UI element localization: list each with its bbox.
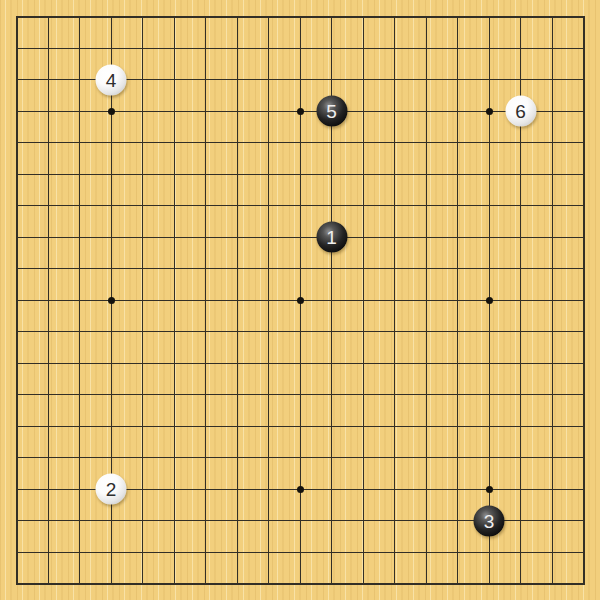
board-cell[interactable] bbox=[568, 190, 600, 222]
board-cell[interactable] bbox=[316, 442, 348, 474]
board-cell[interactable] bbox=[253, 410, 285, 442]
board-cell[interactable] bbox=[221, 410, 253, 442]
board-cell[interactable] bbox=[95, 221, 127, 253]
board-cell[interactable] bbox=[253, 1, 285, 33]
board-cell[interactable] bbox=[505, 127, 537, 159]
board-cell[interactable] bbox=[1, 158, 33, 190]
board-cell[interactable] bbox=[253, 347, 285, 379]
board-cell[interactable] bbox=[347, 442, 379, 474]
board-cell[interactable] bbox=[64, 64, 96, 96]
board-cell[interactable] bbox=[190, 410, 222, 442]
board-cell[interactable] bbox=[158, 127, 190, 159]
board-cell[interactable] bbox=[64, 221, 96, 253]
board-cell[interactable] bbox=[410, 316, 442, 348]
board-cell[interactable] bbox=[64, 127, 96, 159]
board-cell[interactable] bbox=[568, 379, 600, 411]
board-cell[interactable] bbox=[221, 158, 253, 190]
board-cell[interactable] bbox=[316, 284, 348, 316]
board-cell[interactable] bbox=[127, 190, 159, 222]
board-cell[interactable] bbox=[379, 316, 411, 348]
board-cell[interactable] bbox=[379, 284, 411, 316]
board-cell[interactable] bbox=[505, 253, 537, 285]
board-cell[interactable] bbox=[221, 32, 253, 64]
board-cell[interactable] bbox=[568, 442, 600, 474]
board-cell[interactable] bbox=[473, 95, 505, 127]
board-cell[interactable] bbox=[284, 190, 316, 222]
board-cell[interactable] bbox=[410, 347, 442, 379]
board-cell[interactable] bbox=[410, 473, 442, 505]
board-cell[interactable] bbox=[64, 158, 96, 190]
board-cell[interactable] bbox=[347, 410, 379, 442]
board-cell[interactable] bbox=[505, 410, 537, 442]
board-cell[interactable] bbox=[568, 127, 600, 159]
board-cell[interactable]: 3 bbox=[473, 505, 505, 537]
board-cell[interactable] bbox=[32, 347, 64, 379]
board-cell[interactable] bbox=[284, 347, 316, 379]
board-cell[interactable] bbox=[536, 158, 568, 190]
board-cell[interactable] bbox=[536, 127, 568, 159]
board-cell[interactable] bbox=[536, 505, 568, 537]
board-cell[interactable] bbox=[410, 95, 442, 127]
board-cell[interactable] bbox=[158, 253, 190, 285]
board-cell[interactable] bbox=[95, 316, 127, 348]
board-cell[interactable] bbox=[347, 64, 379, 96]
board-cell[interactable] bbox=[505, 1, 537, 33]
board-cell[interactable] bbox=[442, 536, 474, 568]
board-cell[interactable] bbox=[32, 127, 64, 159]
board-cell[interactable] bbox=[316, 505, 348, 537]
board-cell[interactable] bbox=[190, 284, 222, 316]
board-cell[interactable] bbox=[64, 505, 96, 537]
board-cell[interactable] bbox=[127, 32, 159, 64]
board-cell[interactable] bbox=[347, 473, 379, 505]
board-cell[interactable] bbox=[379, 379, 411, 411]
board-cell[interactable] bbox=[284, 1, 316, 33]
board-cell[interactable] bbox=[221, 253, 253, 285]
board-cell[interactable] bbox=[442, 284, 474, 316]
board-cell[interactable] bbox=[95, 253, 127, 285]
board-cell[interactable] bbox=[379, 568, 411, 600]
board-cell[interactable] bbox=[95, 347, 127, 379]
board-cell[interactable] bbox=[473, 253, 505, 285]
board-cell[interactable] bbox=[253, 253, 285, 285]
board-cell[interactable] bbox=[221, 473, 253, 505]
board-cell[interactable] bbox=[410, 410, 442, 442]
board-cell[interactable]: 4 bbox=[95, 64, 127, 96]
board-cell[interactable] bbox=[536, 473, 568, 505]
board-cell[interactable] bbox=[190, 32, 222, 64]
board-cell[interactable] bbox=[316, 158, 348, 190]
board-cell[interactable] bbox=[284, 32, 316, 64]
board-cell[interactable] bbox=[158, 473, 190, 505]
board-cell[interactable] bbox=[442, 95, 474, 127]
board-cell[interactable] bbox=[568, 568, 600, 600]
board-cell[interactable] bbox=[158, 410, 190, 442]
board-cell[interactable] bbox=[473, 1, 505, 33]
board-cell[interactable] bbox=[253, 64, 285, 96]
board-cell[interactable] bbox=[64, 442, 96, 474]
board-cell[interactable] bbox=[127, 568, 159, 600]
board-cell[interactable] bbox=[473, 158, 505, 190]
board-cell[interactable] bbox=[221, 127, 253, 159]
board-cell[interactable] bbox=[347, 568, 379, 600]
board-cell[interactable] bbox=[127, 158, 159, 190]
board-cell[interactable] bbox=[158, 442, 190, 474]
board-cell[interactable] bbox=[32, 536, 64, 568]
board-cell[interactable] bbox=[316, 473, 348, 505]
board-cell[interactable] bbox=[1, 379, 33, 411]
board-cell[interactable] bbox=[316, 253, 348, 285]
board-cell[interactable] bbox=[95, 95, 127, 127]
board-cell[interactable] bbox=[64, 316, 96, 348]
board-cell[interactable] bbox=[568, 505, 600, 537]
board-cell[interactable] bbox=[158, 347, 190, 379]
board-cell[interactable] bbox=[568, 347, 600, 379]
board-cell[interactable] bbox=[253, 505, 285, 537]
board-cell[interactable] bbox=[536, 568, 568, 600]
board-cell[interactable] bbox=[442, 442, 474, 474]
board-cell[interactable] bbox=[505, 442, 537, 474]
board-cell[interactable] bbox=[410, 284, 442, 316]
board-cell[interactable] bbox=[1, 190, 33, 222]
board-cell[interactable] bbox=[190, 1, 222, 33]
board-cell[interactable] bbox=[536, 64, 568, 96]
board-cell[interactable] bbox=[316, 536, 348, 568]
board-cell[interactable] bbox=[221, 284, 253, 316]
board-cell[interactable] bbox=[505, 64, 537, 96]
board-cell[interactable] bbox=[127, 64, 159, 96]
board-cell[interactable] bbox=[95, 127, 127, 159]
board-cell[interactable] bbox=[379, 64, 411, 96]
board-cell[interactable] bbox=[158, 64, 190, 96]
board-cell[interactable] bbox=[95, 284, 127, 316]
board-cell[interactable]: 1 bbox=[316, 221, 348, 253]
board-cell[interactable]: 5 bbox=[316, 95, 348, 127]
board-cell[interactable] bbox=[1, 347, 33, 379]
board-cell[interactable] bbox=[536, 95, 568, 127]
board-cell[interactable] bbox=[473, 127, 505, 159]
board-cell[interactable] bbox=[568, 536, 600, 568]
board-cell[interactable] bbox=[253, 190, 285, 222]
board-cell[interactable] bbox=[284, 253, 316, 285]
board-cell[interactable] bbox=[505, 284, 537, 316]
board-cell[interactable] bbox=[442, 64, 474, 96]
board-cell[interactable] bbox=[1, 316, 33, 348]
board-cell[interactable] bbox=[536, 284, 568, 316]
board-cell[interactable]: 6 bbox=[505, 95, 537, 127]
board-cell[interactable] bbox=[32, 221, 64, 253]
board-cell[interactable] bbox=[95, 1, 127, 33]
board-cell[interactable] bbox=[64, 568, 96, 600]
board-cell[interactable] bbox=[568, 64, 600, 96]
board-cell[interactable] bbox=[410, 221, 442, 253]
board-cell[interactable] bbox=[316, 410, 348, 442]
board-cell[interactable] bbox=[221, 568, 253, 600]
board-cell[interactable] bbox=[536, 536, 568, 568]
board-cell[interactable] bbox=[221, 442, 253, 474]
board-cell[interactable] bbox=[95, 190, 127, 222]
board-cell[interactable] bbox=[473, 347, 505, 379]
board-cell[interactable] bbox=[379, 127, 411, 159]
board-cell[interactable] bbox=[158, 32, 190, 64]
board-cell[interactable] bbox=[95, 442, 127, 474]
board-cell[interactable] bbox=[32, 64, 64, 96]
board-cell[interactable] bbox=[127, 284, 159, 316]
board-cell[interactable] bbox=[442, 568, 474, 600]
board-cell[interactable] bbox=[32, 158, 64, 190]
board-cell[interactable] bbox=[284, 473, 316, 505]
board-cell[interactable] bbox=[64, 473, 96, 505]
board-cell[interactable] bbox=[284, 95, 316, 127]
board-cell[interactable] bbox=[64, 379, 96, 411]
board-cell[interactable] bbox=[190, 158, 222, 190]
board-cell[interactable] bbox=[190, 473, 222, 505]
board-cell[interactable] bbox=[253, 221, 285, 253]
board-cell[interactable] bbox=[568, 253, 600, 285]
board-cell[interactable] bbox=[473, 536, 505, 568]
board-cell[interactable] bbox=[347, 158, 379, 190]
board-cell[interactable] bbox=[190, 347, 222, 379]
board-cell[interactable] bbox=[536, 442, 568, 474]
board-cell[interactable] bbox=[505, 536, 537, 568]
board-cell[interactable] bbox=[284, 379, 316, 411]
board-cell[interactable] bbox=[158, 505, 190, 537]
board-cell[interactable] bbox=[284, 316, 316, 348]
board-cell[interactable] bbox=[379, 410, 411, 442]
board-cell[interactable] bbox=[379, 536, 411, 568]
board-cell[interactable] bbox=[316, 64, 348, 96]
board-cell[interactable] bbox=[473, 379, 505, 411]
board-cell[interactable] bbox=[32, 473, 64, 505]
board-cell[interactable] bbox=[32, 316, 64, 348]
board-cell[interactable] bbox=[95, 568, 127, 600]
board-cell[interactable] bbox=[1, 64, 33, 96]
board-cell[interactable] bbox=[410, 127, 442, 159]
board-cell[interactable] bbox=[568, 158, 600, 190]
board-cell[interactable] bbox=[253, 316, 285, 348]
board-cell[interactable] bbox=[1, 568, 33, 600]
board-cell[interactable] bbox=[127, 127, 159, 159]
board-cell[interactable] bbox=[1, 284, 33, 316]
board-cell[interactable] bbox=[347, 284, 379, 316]
board-cell[interactable] bbox=[127, 316, 159, 348]
board-cell[interactable] bbox=[536, 190, 568, 222]
board-cell[interactable] bbox=[473, 410, 505, 442]
board-cell[interactable] bbox=[284, 284, 316, 316]
board-cell[interactable] bbox=[1, 95, 33, 127]
board-cell[interactable] bbox=[158, 1, 190, 33]
board-cell[interactable] bbox=[410, 64, 442, 96]
board-cell[interactable] bbox=[410, 190, 442, 222]
board-cell[interactable] bbox=[158, 95, 190, 127]
board-cell[interactable] bbox=[1, 32, 33, 64]
board-cell[interactable] bbox=[1, 410, 33, 442]
board-cell[interactable] bbox=[505, 568, 537, 600]
board-cell[interactable] bbox=[1, 442, 33, 474]
board-cell[interactable] bbox=[127, 1, 159, 33]
board-cell[interactable] bbox=[347, 379, 379, 411]
board-cell[interactable] bbox=[190, 505, 222, 537]
board-cell[interactable] bbox=[473, 32, 505, 64]
board-cell[interactable] bbox=[284, 442, 316, 474]
board-cell[interactable] bbox=[32, 284, 64, 316]
board-cell[interactable] bbox=[347, 32, 379, 64]
board-cell[interactable] bbox=[158, 284, 190, 316]
board-cell[interactable] bbox=[253, 568, 285, 600]
board-cell[interactable] bbox=[1, 1, 33, 33]
board-cell[interactable] bbox=[284, 221, 316, 253]
board-cell[interactable] bbox=[473, 284, 505, 316]
board-cell[interactable] bbox=[32, 505, 64, 537]
board-cell[interactable] bbox=[568, 316, 600, 348]
board-cell[interactable] bbox=[568, 284, 600, 316]
board-cell[interactable] bbox=[568, 473, 600, 505]
board-cell[interactable] bbox=[32, 442, 64, 474]
board-cell[interactable] bbox=[442, 127, 474, 159]
board-cell[interactable] bbox=[347, 536, 379, 568]
board-cell[interactable] bbox=[64, 536, 96, 568]
board-cell[interactable] bbox=[505, 347, 537, 379]
board-cell[interactable] bbox=[221, 505, 253, 537]
board-cell[interactable] bbox=[442, 379, 474, 411]
board-cell[interactable] bbox=[410, 568, 442, 600]
board-cell[interactable] bbox=[221, 536, 253, 568]
board-cell[interactable] bbox=[473, 316, 505, 348]
board-cell[interactable] bbox=[127, 95, 159, 127]
board-cell[interactable] bbox=[410, 253, 442, 285]
board-cell[interactable] bbox=[1, 473, 33, 505]
board-cell[interactable] bbox=[442, 221, 474, 253]
board-cell[interactable] bbox=[32, 568, 64, 600]
board-cell[interactable] bbox=[284, 410, 316, 442]
board-cell[interactable] bbox=[1, 127, 33, 159]
board-cell[interactable] bbox=[127, 505, 159, 537]
board-cell[interactable] bbox=[95, 32, 127, 64]
board-cell[interactable] bbox=[505, 158, 537, 190]
board-cell[interactable] bbox=[505, 316, 537, 348]
board-cell[interactable] bbox=[505, 32, 537, 64]
board-cell[interactable] bbox=[379, 221, 411, 253]
board-cell[interactable] bbox=[221, 64, 253, 96]
board-cell[interactable] bbox=[253, 32, 285, 64]
board-cell[interactable] bbox=[347, 221, 379, 253]
board-cell[interactable] bbox=[410, 379, 442, 411]
board-cell[interactable] bbox=[64, 1, 96, 33]
board-cell[interactable] bbox=[64, 347, 96, 379]
board-cell[interactable] bbox=[316, 347, 348, 379]
board-cell[interactable] bbox=[568, 1, 600, 33]
board-cell[interactable] bbox=[473, 473, 505, 505]
board-cell[interactable] bbox=[410, 1, 442, 33]
board-cell[interactable] bbox=[127, 347, 159, 379]
board-cell[interactable] bbox=[379, 158, 411, 190]
board-cell[interactable] bbox=[505, 379, 537, 411]
board-cell[interactable] bbox=[190, 316, 222, 348]
board-cell[interactable] bbox=[158, 379, 190, 411]
board-cell[interactable] bbox=[253, 284, 285, 316]
board-cell[interactable] bbox=[1, 253, 33, 285]
board-cell[interactable] bbox=[284, 568, 316, 600]
board-cell[interactable] bbox=[347, 505, 379, 537]
board-cell[interactable] bbox=[95, 505, 127, 537]
board-cell[interactable] bbox=[536, 316, 568, 348]
board-cell[interactable] bbox=[253, 95, 285, 127]
board-cell[interactable] bbox=[347, 316, 379, 348]
board-cell[interactable] bbox=[190, 64, 222, 96]
board-cell[interactable] bbox=[64, 253, 96, 285]
board-cell[interactable] bbox=[253, 379, 285, 411]
board-cell[interactable] bbox=[410, 442, 442, 474]
board-cell[interactable] bbox=[190, 190, 222, 222]
board-cell[interactable] bbox=[127, 473, 159, 505]
board-cell[interactable] bbox=[505, 505, 537, 537]
board-cell[interactable] bbox=[442, 190, 474, 222]
board-cell[interactable] bbox=[158, 190, 190, 222]
board-cell[interactable] bbox=[284, 505, 316, 537]
board-cell[interactable] bbox=[253, 158, 285, 190]
board-cell[interactable] bbox=[473, 442, 505, 474]
board-cell[interactable] bbox=[221, 95, 253, 127]
board-cell[interactable] bbox=[505, 473, 537, 505]
board-cell[interactable] bbox=[32, 1, 64, 33]
board-cell[interactable] bbox=[221, 190, 253, 222]
board-cell[interactable] bbox=[158, 536, 190, 568]
board-cell[interactable] bbox=[221, 1, 253, 33]
board-cell[interactable] bbox=[410, 158, 442, 190]
board-cell[interactable] bbox=[64, 284, 96, 316]
board-cell[interactable] bbox=[379, 347, 411, 379]
board-cell[interactable] bbox=[316, 1, 348, 33]
board-cell[interactable] bbox=[95, 379, 127, 411]
board-cell[interactable] bbox=[190, 95, 222, 127]
board-cell[interactable] bbox=[158, 316, 190, 348]
board-cell[interactable] bbox=[410, 536, 442, 568]
board-cell[interactable] bbox=[253, 536, 285, 568]
board-cell[interactable] bbox=[32, 95, 64, 127]
board-cell[interactable] bbox=[253, 473, 285, 505]
board-cell[interactable] bbox=[158, 221, 190, 253]
board-cell[interactable] bbox=[1, 221, 33, 253]
board-cell[interactable] bbox=[95, 158, 127, 190]
board-cell[interactable] bbox=[536, 253, 568, 285]
board-cell[interactable] bbox=[347, 127, 379, 159]
board-cell[interactable] bbox=[127, 442, 159, 474]
board-cell[interactable] bbox=[568, 410, 600, 442]
board-cell[interactable] bbox=[64, 410, 96, 442]
board-cell[interactable] bbox=[64, 32, 96, 64]
board-cell[interactable] bbox=[284, 64, 316, 96]
board-cell[interactable] bbox=[253, 127, 285, 159]
board-cell[interactable] bbox=[379, 442, 411, 474]
board-cell[interactable] bbox=[536, 1, 568, 33]
board-cell[interactable] bbox=[190, 221, 222, 253]
board-cell[interactable] bbox=[568, 221, 600, 253]
board-cell[interactable] bbox=[442, 1, 474, 33]
board-cell[interactable]: 2 bbox=[95, 473, 127, 505]
board-cell[interactable] bbox=[284, 158, 316, 190]
board-cell[interactable] bbox=[347, 190, 379, 222]
board-cell[interactable] bbox=[316, 379, 348, 411]
board-cell[interactable] bbox=[536, 410, 568, 442]
board-cell[interactable] bbox=[410, 32, 442, 64]
board-cell[interactable] bbox=[473, 64, 505, 96]
board-cell[interactable] bbox=[442, 253, 474, 285]
board-cell[interactable] bbox=[32, 32, 64, 64]
board-cell[interactable] bbox=[95, 410, 127, 442]
board-cell[interactable] bbox=[64, 190, 96, 222]
board-cell[interactable] bbox=[32, 379, 64, 411]
board-cell[interactable] bbox=[316, 190, 348, 222]
